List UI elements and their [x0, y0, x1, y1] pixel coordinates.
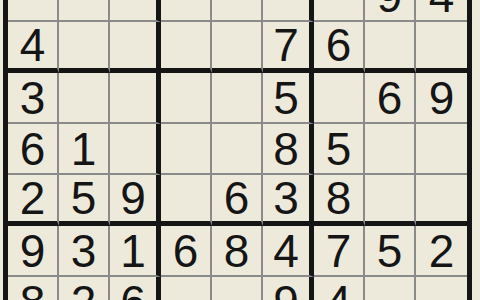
sudoku-cell-r4c3[interactable]: [110, 73, 161, 124]
sudoku-cell-r3c5[interactable]: [212, 22, 263, 73]
sudoku-cell-r4c2[interactable]: [59, 73, 110, 124]
sudoku-cell-r3c4[interactable]: [161, 22, 212, 73]
sudoku-cell-r8c4[interactable]: [161, 277, 212, 300]
sudoku-cell-r4c4[interactable]: [161, 73, 212, 124]
sudoku-cell-r6c2[interactable]: 5: [59, 175, 110, 226]
sudoku-cell-r3c6[interactable]: 7: [263, 22, 314, 73]
sudoku-cell-r7c8[interactable]: 5: [365, 226, 416, 277]
sudoku-cell-r5c6[interactable]: 8: [263, 124, 314, 175]
sudoku-cell-r6c8[interactable]: [365, 175, 416, 226]
sudoku-cell-r7c9[interactable]: 2: [416, 226, 467, 277]
sudoku-cell-r7c2[interactable]: 3: [59, 226, 110, 277]
sudoku-board: 944763569618525963893168475282694: [3, 0, 472, 300]
sudoku-cell-r6c1[interactable]: 2: [8, 175, 59, 226]
sudoku-cell-r7c4[interactable]: 6: [161, 226, 212, 277]
sudoku-cell-r8c2[interactable]: 2: [59, 277, 110, 300]
sudoku-cell-r5c4[interactable]: [161, 124, 212, 175]
sudoku-cell-r2c5[interactable]: [212, 0, 263, 22]
sudoku-cell-r3c8[interactable]: [365, 22, 416, 73]
sudoku-cell-r6c5[interactable]: 6: [212, 175, 263, 226]
sudoku-cell-r6c4[interactable]: [161, 175, 212, 226]
sudoku-cell-r6c9[interactable]: [416, 175, 467, 226]
sudoku-cell-r5c9[interactable]: [416, 124, 467, 175]
sudoku-crop-viewport: 944763569618525963893168475282694: [0, 0, 480, 300]
sudoku-cell-r3c9[interactable]: [416, 22, 467, 73]
sudoku-cell-r7c6[interactable]: 4: [263, 226, 314, 277]
sudoku-cell-r7c7[interactable]: 7: [314, 226, 365, 277]
sudoku-cell-r2c2[interactable]: [59, 0, 110, 22]
sudoku-cell-r7c3[interactable]: 1: [110, 226, 161, 277]
sudoku-cell-r8c6[interactable]: 9: [263, 277, 314, 300]
sudoku-cell-r8c9[interactable]: [416, 277, 467, 300]
sudoku-cell-r5c1[interactable]: 6: [8, 124, 59, 175]
sudoku-cell-r4c7[interactable]: [314, 73, 365, 124]
sudoku-cell-r5c3[interactable]: [110, 124, 161, 175]
sudoku-cell-r2c9[interactable]: 4: [416, 0, 467, 22]
sudoku-cell-r4c9[interactable]: 9: [416, 73, 467, 124]
sudoku-cell-r5c5[interactable]: [212, 124, 263, 175]
sudoku-cell-r5c8[interactable]: [365, 124, 416, 175]
sudoku-cell-r2c8[interactable]: 9: [365, 0, 416, 22]
sudoku-cell-r5c7[interactable]: 5: [314, 124, 365, 175]
sudoku-cell-r8c7[interactable]: 4: [314, 277, 365, 300]
sudoku-cell-r8c1[interactable]: 8: [8, 277, 59, 300]
sudoku-cell-r5c2[interactable]: 1: [59, 124, 110, 175]
sudoku-cell-r6c7[interactable]: 8: [314, 175, 365, 226]
sudoku-cell-r6c3[interactable]: 9: [110, 175, 161, 226]
sudoku-cell-r3c1[interactable]: 4: [8, 22, 59, 73]
sudoku-cell-r2c3[interactable]: [110, 0, 161, 22]
sudoku-cell-r3c2[interactable]: [59, 22, 110, 73]
sudoku-cell-r7c1[interactable]: 9: [8, 226, 59, 277]
sudoku-cell-r4c5[interactable]: [212, 73, 263, 124]
sudoku-cell-r4c1[interactable]: 3: [8, 73, 59, 124]
sudoku-cell-r2c4[interactable]: [161, 0, 212, 22]
sudoku-cell-r3c7[interactable]: 6: [314, 22, 365, 73]
sudoku-cell-r8c3[interactable]: 6: [110, 277, 161, 300]
sudoku-cell-r8c8[interactable]: [365, 277, 416, 300]
sudoku-cell-r4c6[interactable]: 5: [263, 73, 314, 124]
sudoku-cell-r6c6[interactable]: 3: [263, 175, 314, 226]
sudoku-cell-r8c5[interactable]: [212, 277, 263, 300]
sudoku-cell-r7c5[interactable]: 8: [212, 226, 263, 277]
sudoku-cell-r4c8[interactable]: 6: [365, 73, 416, 124]
sudoku-cell-r3c3[interactable]: [110, 22, 161, 73]
